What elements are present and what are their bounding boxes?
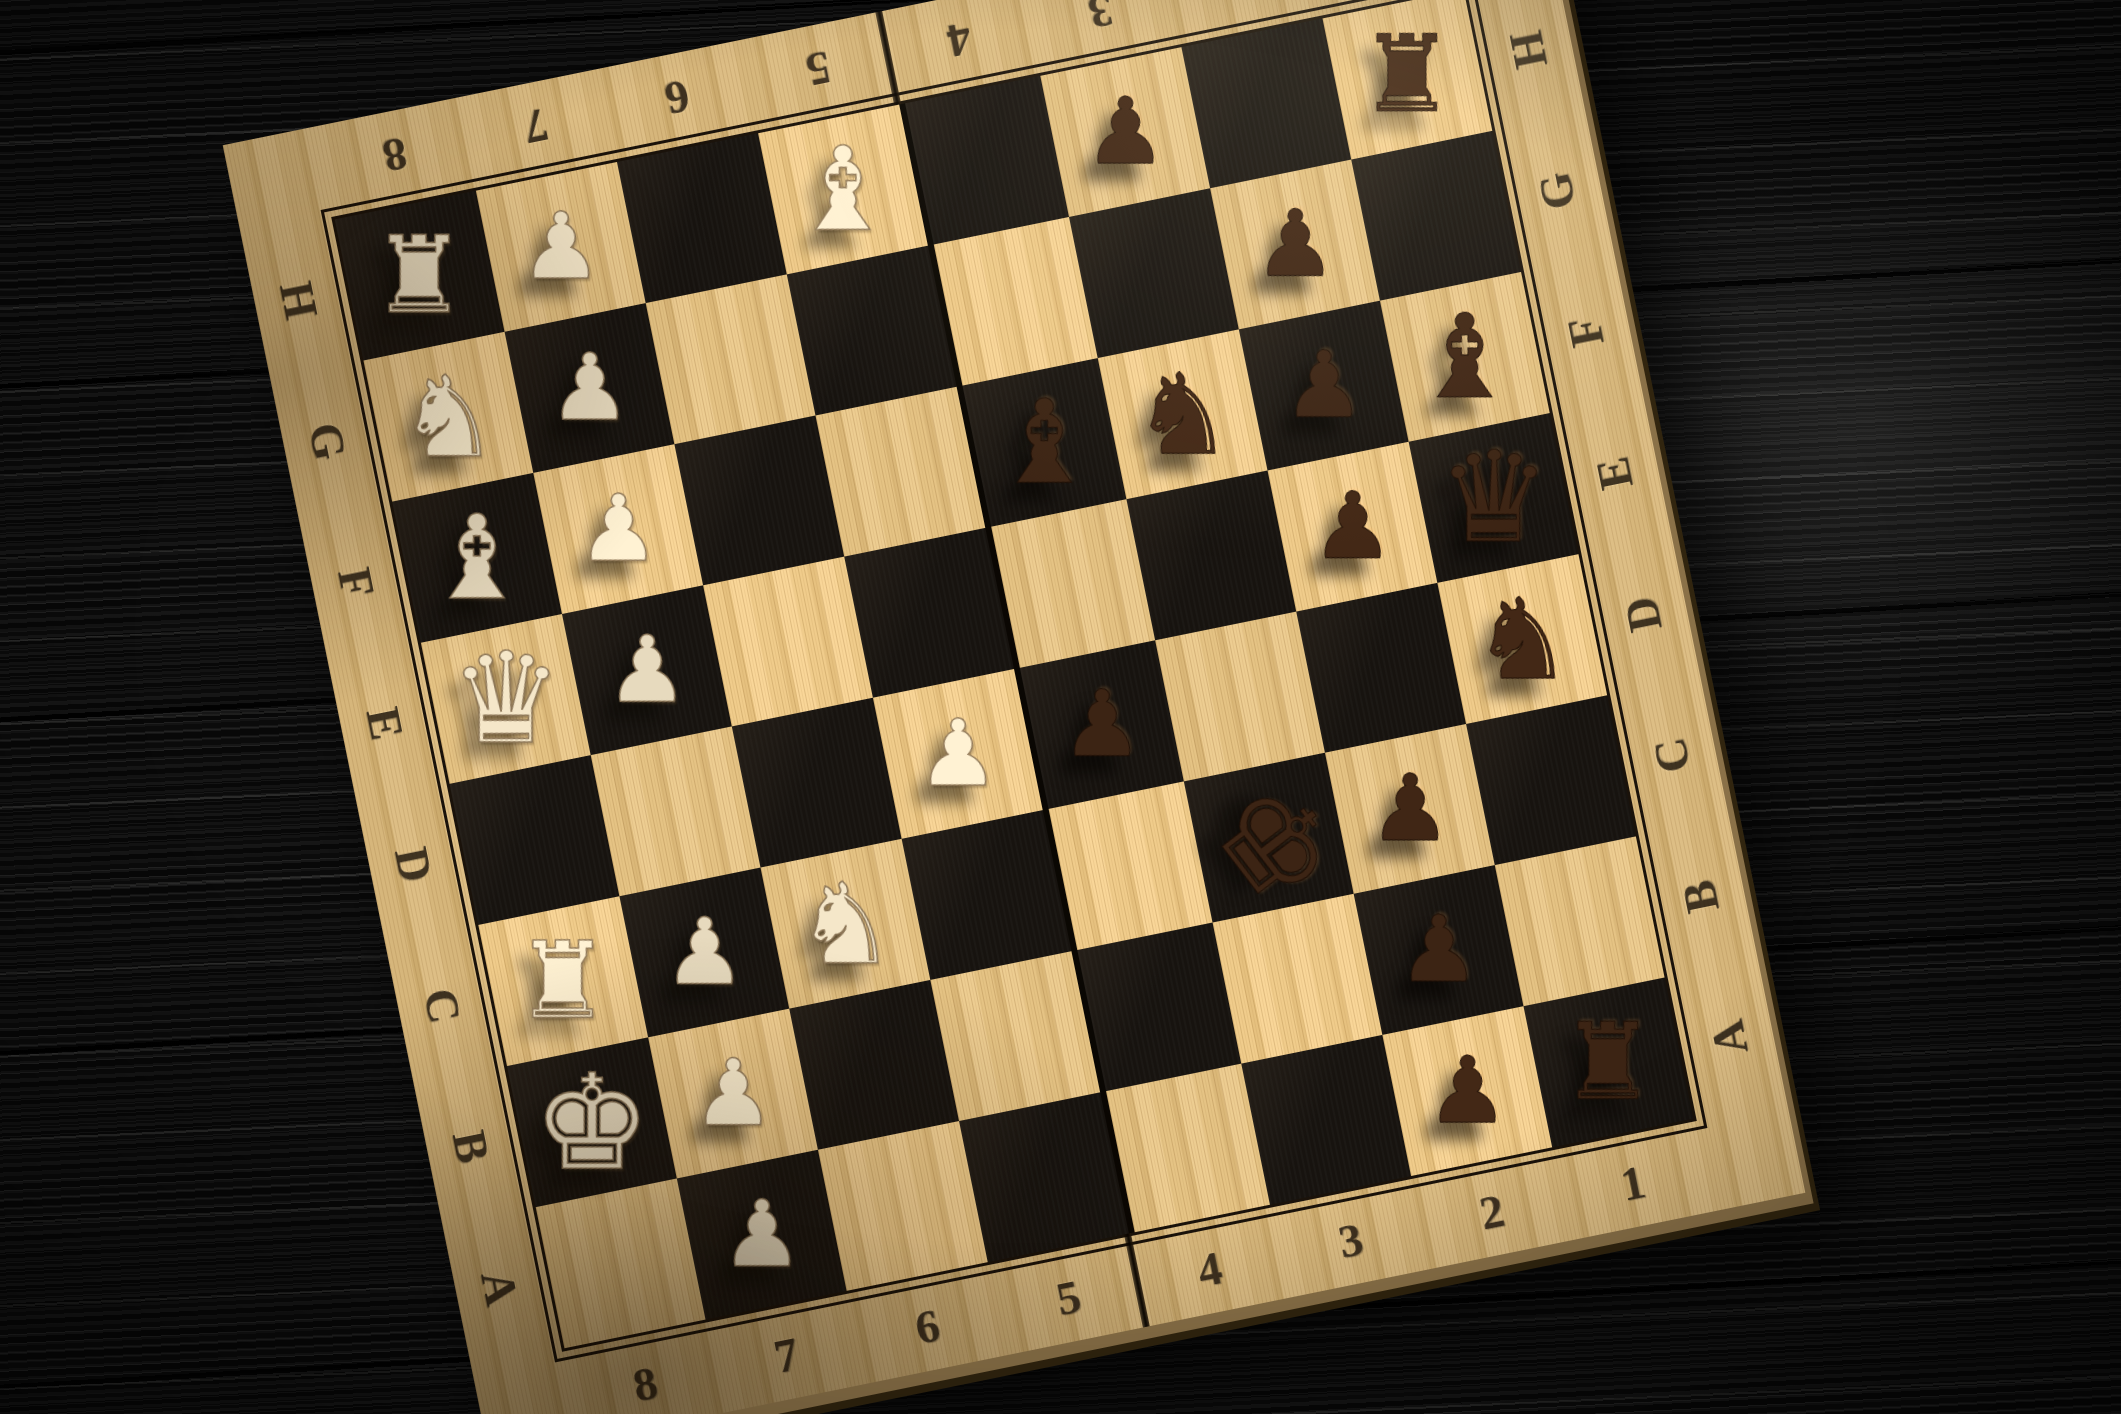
black-pawn: ♟ — [1254, 198, 1336, 290]
white-pawn: ♟ — [720, 1189, 802, 1281]
square-g5 — [787, 246, 957, 416]
board-fold-seam — [875, 11, 901, 105]
square-b8: ♚ — [507, 1037, 677, 1207]
square-e5 — [844, 528, 1014, 698]
black-queen: ♛ — [1437, 435, 1550, 561]
square-b7: ♟ — [648, 1009, 818, 1179]
square-f7: ♟ — [533, 444, 703, 614]
square-g6 — [646, 274, 816, 444]
white-queen: ♛ — [449, 636, 562, 762]
square-b3 — [1213, 894, 1383, 1064]
black-pawn: ♟ — [1426, 1045, 1508, 1137]
black-pawn: ♟ — [1084, 86, 1166, 178]
black-pawn: ♟ — [1282, 340, 1364, 432]
board-grid: ♜♟♝♟♜♞♟♟♝♟♝♞♟♝♛♟♟♛♟♟♞♜♟♞♚♟♚♟♟♟♟♜ — [335, 0, 1694, 1348]
square-f3: ♞ — [1098, 329, 1268, 499]
chess-board: ♜♟♝♟♜♞♟♟♝♟♝♞♟♝♛♟♟♛♟♟♞♜♟♞♚♟♚♟♟♟♟♜ 88HH77G… — [223, 0, 1806, 1414]
square-d6 — [732, 698, 902, 868]
square-d8 — [450, 755, 620, 925]
black-pawn: ♟ — [1311, 481, 1393, 573]
white-pawn: ♟ — [577, 483, 659, 575]
square-f5 — [815, 387, 985, 557]
black-knight: ♞ — [1472, 583, 1572, 695]
rank-label-bottom-5: 5 — [991, 1248, 1146, 1347]
black-bishop: ♝ — [1413, 299, 1517, 415]
rank-label-top-8: 8 — [317, 105, 472, 204]
square-a2: ♟ — [1382, 1006, 1552, 1176]
square-g2: ♟ — [1210, 160, 1380, 330]
square-c2: ♟ — [1325, 724, 1495, 894]
square-e8: ♛ — [421, 614, 591, 784]
square-g8: ♞ — [363, 332, 533, 502]
square-h8: ♜ — [335, 191, 505, 361]
rank-label-bottom-8: 8 — [567, 1334, 722, 1414]
rank-label-top-5: 5 — [741, 19, 896, 118]
photo-scene: ♜♟♝♟♜♞♟♟♝♟♝♞♟♝♛♟♟♛♟♟♞♜♟♞♚♟♚♟♟♟♟♜ 88HH77G… — [0, 0, 2121, 1414]
square-b1 — [1495, 836, 1665, 1006]
square-a3 — [1241, 1035, 1411, 1205]
square-a5 — [959, 1092, 1129, 1262]
square-d1: ♞ — [1437, 554, 1607, 724]
square-f6 — [674, 415, 844, 585]
black-rook: ♜ — [1360, 22, 1455, 128]
square-d7 — [591, 726, 761, 896]
square-c3: ♚ — [1184, 753, 1354, 923]
square-f1: ♝ — [1380, 272, 1550, 442]
rank-label-bottom-4: 4 — [1132, 1219, 1287, 1318]
square-f4: ♝ — [957, 358, 1127, 528]
square-g4 — [928, 217, 1098, 387]
square-a6 — [818, 1121, 988, 1291]
white-bishop: ♝ — [425, 500, 529, 616]
square-d5: ♟ — [873, 669, 1043, 839]
square-c8: ♜ — [478, 896, 648, 1066]
square-a4 — [1100, 1064, 1270, 1234]
black-pawn: ♟ — [1369, 763, 1451, 855]
square-c1 — [1466, 695, 1636, 865]
square-d2 — [1296, 583, 1466, 753]
white-pawn: ♟ — [917, 708, 999, 800]
white-pawn: ♟ — [692, 1048, 774, 1140]
square-g3 — [1069, 188, 1239, 358]
square-b6 — [789, 980, 959, 1150]
white-bishop: ♝ — [791, 131, 895, 247]
square-a8 — [536, 1178, 706, 1348]
square-h7: ♟ — [476, 162, 646, 332]
rank-label-bottom-1: 1 — [1555, 1133, 1710, 1232]
black-bishop: ♝ — [992, 384, 1096, 500]
square-g7: ♟ — [505, 303, 675, 473]
white-king: ♚ — [533, 1056, 651, 1188]
rank-label-bottom-2: 2 — [1414, 1162, 1569, 1261]
square-e1: ♛ — [1409, 413, 1579, 583]
white-pawn: ♟ — [548, 342, 630, 434]
white-pawn: ♟ — [663, 906, 745, 998]
square-e6 — [703, 557, 873, 727]
black-pawn: ♟ — [1397, 904, 1479, 996]
rank-label-top-6: 6 — [600, 48, 755, 147]
square-h3: ♟ — [1040, 47, 1210, 217]
white-pawn: ♟ — [606, 624, 688, 716]
square-g1 — [1351, 131, 1521, 301]
rank-label-bottom-6: 6 — [850, 1277, 1005, 1376]
rank-label-top-4: 4 — [882, 0, 1037, 90]
square-e2: ♟ — [1268, 442, 1438, 612]
black-rook: ♜ — [1561, 1009, 1656, 1115]
square-c6: ♞ — [760, 839, 930, 1009]
black-pawn: ♟ — [1061, 679, 1143, 771]
black-knight: ♞ — [1132, 358, 1232, 470]
square-d4: ♟ — [1014, 640, 1184, 810]
board-frame: ♜♟♝♟♜♞♟♟♝♟♝♞♟♝♛♟♟♛♟♟♞♜♟♞♚♟♚♟♟♟♟♜ 88HH77G… — [223, 0, 1806, 1414]
square-c5 — [902, 810, 1072, 980]
square-e4 — [985, 499, 1155, 669]
square-f2: ♟ — [1239, 301, 1409, 471]
rank-label-top-7: 7 — [458, 77, 613, 176]
square-c7: ♟ — [619, 868, 789, 1038]
white-pawn: ♟ — [519, 201, 601, 293]
square-a7: ♟ — [677, 1150, 847, 1320]
white-knight: ♞ — [795, 868, 895, 980]
white-rook: ♜ — [372, 223, 467, 329]
square-b4 — [1071, 923, 1241, 1093]
square-e7: ♟ — [562, 585, 732, 755]
square-h5: ♝ — [758, 105, 928, 275]
square-b2: ♟ — [1354, 865, 1524, 1035]
white-knight: ♞ — [398, 361, 498, 473]
square-h6 — [617, 133, 787, 303]
square-h2 — [1181, 18, 1351, 188]
square-h4 — [899, 76, 1069, 246]
white-rook: ♜ — [516, 928, 611, 1034]
square-e3 — [1126, 470, 1296, 640]
square-b5 — [930, 951, 1100, 1121]
rank-label-bottom-7: 7 — [708, 1306, 863, 1405]
square-c4 — [1043, 781, 1213, 951]
rank-label-bottom-3: 3 — [1273, 1191, 1428, 1290]
board-fold-seam — [1124, 1233, 1150, 1327]
square-a1: ♜ — [1523, 977, 1693, 1147]
square-f8: ♝ — [392, 473, 562, 643]
